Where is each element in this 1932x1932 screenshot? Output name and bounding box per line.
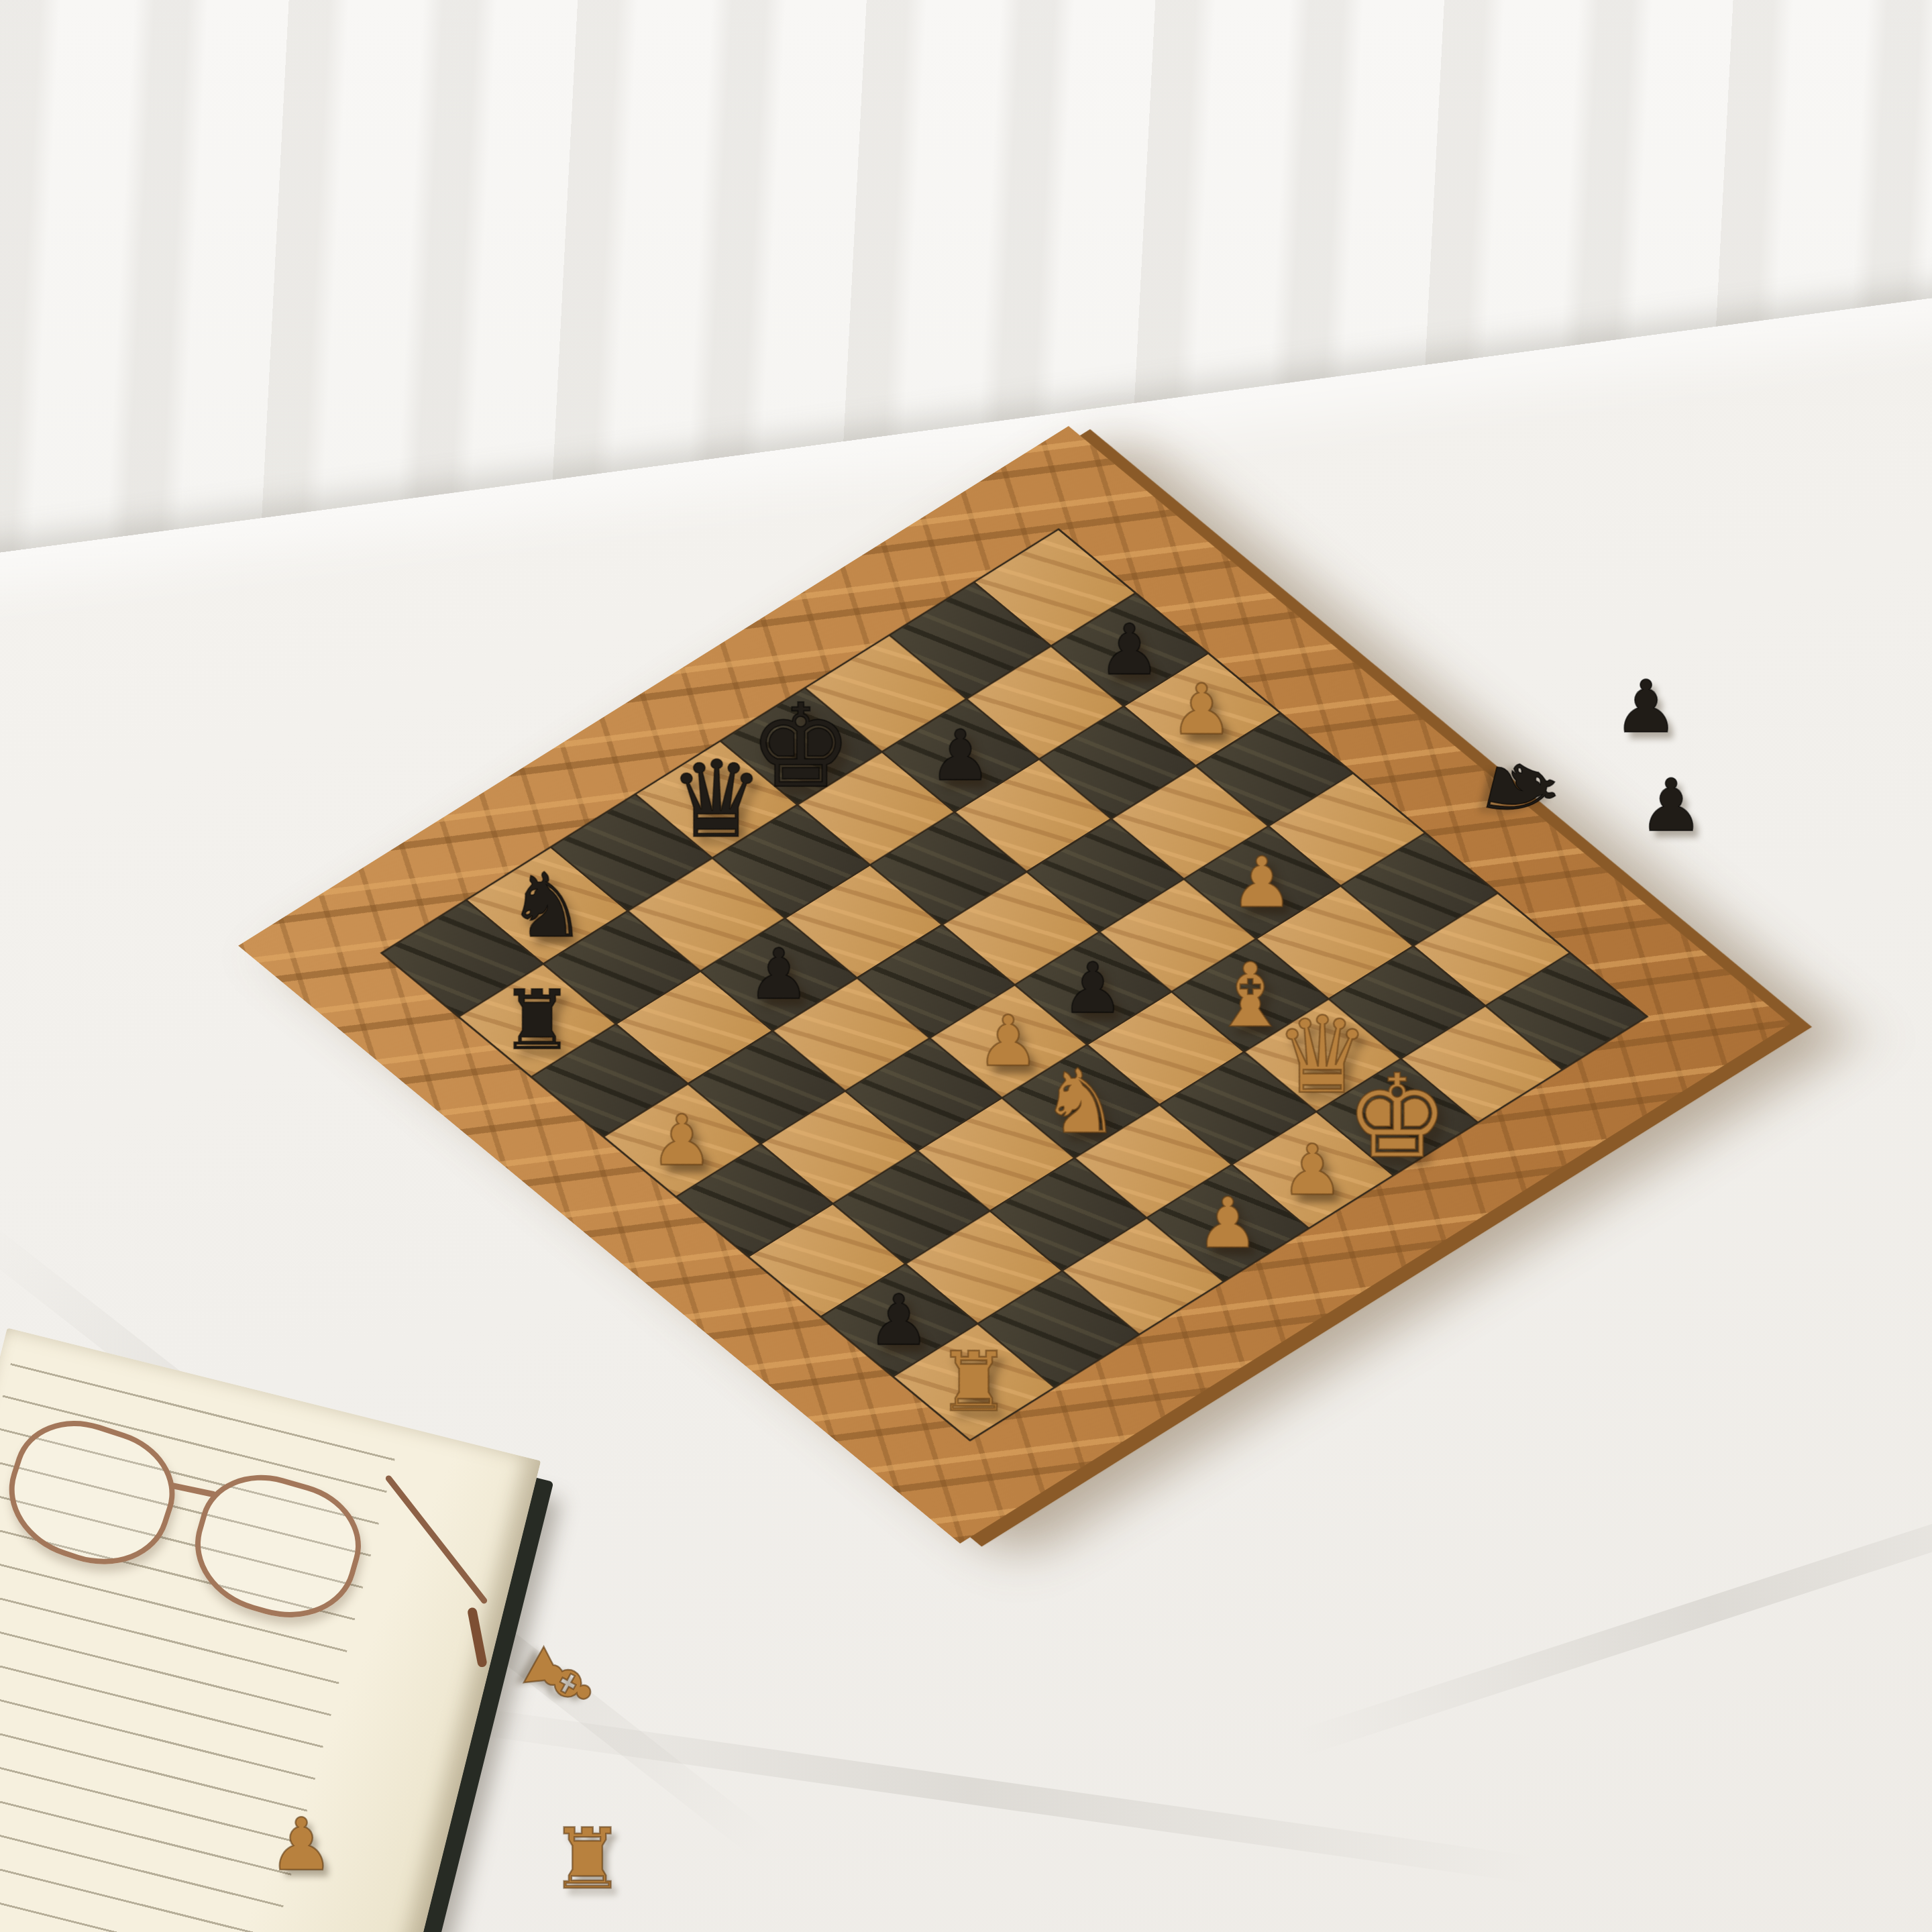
white-rook: ♜ <box>937 1341 1010 1423</box>
captured-black-pawn: ♟ <box>1613 671 1678 743</box>
captured-black-pawn: ♟ <box>1639 769 1704 842</box>
black-rook: ♜ <box>500 979 574 1061</box>
white-pawn: ♟ <box>977 1006 1039 1076</box>
white-knight: ♞ <box>1041 1057 1120 1146</box>
captured-white-rook: ♜ <box>550 1817 625 1900</box>
black-knight: ♞ <box>507 861 586 950</box>
white-pawn: ♟ <box>1171 675 1233 745</box>
white-pawn: ♟ <box>1281 1135 1344 1205</box>
white-pawn: ♟ <box>651 1106 713 1175</box>
black-pawn: ♟ <box>868 1285 930 1355</box>
black-pawn: ♟ <box>747 939 810 1009</box>
black-pawn: ♟ <box>1061 953 1124 1023</box>
black-pawn: ♟ <box>1098 614 1161 684</box>
eyeglasses-bridge <box>170 1482 217 1497</box>
captured-white-pawn: ♟ <box>269 1809 334 1881</box>
white-pawn: ♟ <box>1196 1188 1258 1258</box>
black-pawn: ♟ <box>929 720 991 790</box>
white-pawn: ♟ <box>1231 847 1293 917</box>
